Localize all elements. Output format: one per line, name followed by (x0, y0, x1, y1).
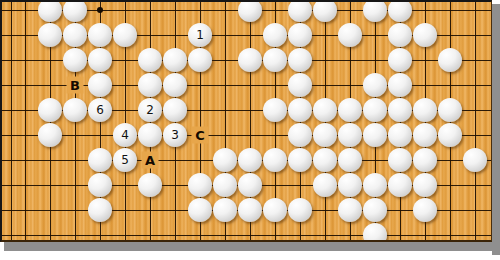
white-stone[interactable] (288, 48, 312, 72)
white-stone[interactable] (138, 73, 162, 97)
white-stone[interactable] (313, 123, 337, 147)
white-stone[interactable] (288, 73, 312, 97)
white-stone[interactable] (263, 148, 287, 172)
white-stone[interactable] (113, 23, 137, 47)
white-stone[interactable] (288, 98, 312, 122)
white-stone[interactable] (188, 198, 212, 222)
white-stone[interactable] (238, 48, 262, 72)
white-stone[interactable] (38, 23, 62, 47)
white-stone[interactable] (338, 98, 362, 122)
black-stone-move-6[interactable]: 6 (88, 98, 112, 122)
black-stone-move-4[interactable]: 4 (113, 123, 137, 147)
white-stone[interactable] (63, 48, 87, 72)
white-stone[interactable] (363, 198, 387, 222)
white-stone[interactable] (238, 198, 262, 222)
white-stone[interactable] (388, 23, 412, 47)
white-stone[interactable] (213, 148, 237, 172)
diagram-page: 162435BAC (0, 0, 500, 260)
white-stone[interactable] (88, 48, 112, 72)
white-stone[interactable] (288, 198, 312, 222)
white-stone[interactable] (263, 98, 287, 122)
white-stone[interactable] (88, 73, 112, 97)
white-stone[interactable] (413, 148, 437, 172)
white-stone[interactable] (238, 148, 262, 172)
white-stone[interactable] (238, 173, 262, 197)
white-stone[interactable] (163, 98, 187, 122)
white-stone[interactable] (388, 73, 412, 97)
white-stone[interactable] (363, 98, 387, 122)
white-stone[interactable] (413, 123, 437, 147)
white-stone[interactable] (388, 148, 412, 172)
white-stone[interactable] (88, 198, 112, 222)
white-stone[interactable] (88, 148, 112, 172)
white-stone[interactable] (88, 173, 112, 197)
white-stone[interactable] (363, 173, 387, 197)
white-stone-move-5[interactable]: 5 (113, 148, 137, 172)
white-stone[interactable] (38, 123, 62, 147)
white-stone[interactable] (363, 123, 387, 147)
white-stone[interactable] (288, 23, 312, 47)
white-stone[interactable] (163, 73, 187, 97)
black-stone-move-2[interactable]: 2 (138, 98, 162, 122)
white-stone[interactable] (413, 23, 437, 47)
white-stone[interactable] (338, 148, 362, 172)
white-stone[interactable] (138, 123, 162, 147)
white-stone[interactable] (63, 23, 87, 47)
white-stone[interactable] (438, 48, 462, 72)
white-stone[interactable] (38, 98, 62, 122)
board-shadow-right (492, 4, 500, 255)
white-stone[interactable] (413, 98, 437, 122)
white-stone[interactable] (388, 123, 412, 147)
white-stone[interactable] (63, 98, 87, 122)
board-shadow-bottom (4, 242, 500, 251)
white-stone[interactable] (313, 98, 337, 122)
white-stone[interactable] (288, 148, 312, 172)
white-stone[interactable] (388, 173, 412, 197)
white-stone[interactable] (163, 48, 187, 72)
white-stone[interactable] (363, 73, 387, 97)
white-stone[interactable] (338, 23, 362, 47)
white-stone[interactable] (313, 148, 337, 172)
white-stone[interactable] (88, 23, 112, 47)
white-stone[interactable] (438, 123, 462, 147)
star-point (97, 7, 103, 13)
white-stone[interactable] (288, 123, 312, 147)
white-stone[interactable] (263, 48, 287, 72)
white-stone[interactable] (263, 198, 287, 222)
white-stone[interactable] (413, 198, 437, 222)
white-stone[interactable] (338, 198, 362, 222)
white-stone[interactable] (338, 173, 362, 197)
white-stone[interactable] (138, 173, 162, 197)
white-stone[interactable] (388, 98, 412, 122)
white-stone[interactable] (388, 48, 412, 72)
white-stone[interactable] (213, 173, 237, 197)
white-stone[interactable] (138, 48, 162, 72)
white-stone[interactable] (188, 48, 212, 72)
letter-mark-A[interactable]: A (142, 152, 159, 169)
letter-mark-C[interactable]: C (192, 127, 209, 144)
white-stone-move-1[interactable]: 1 (188, 23, 212, 47)
white-stone[interactable] (413, 173, 437, 197)
white-stone[interactable] (188, 173, 212, 197)
go-board[interactable]: 162435BAC (0, 0, 492, 242)
white-stone[interactable] (213, 198, 237, 222)
white-stone[interactable] (263, 23, 287, 47)
white-stone[interactable] (438, 98, 462, 122)
letter-mark-B[interactable]: B (67, 77, 84, 94)
white-stone[interactable] (463, 148, 487, 172)
white-stone[interactable] (338, 123, 362, 147)
white-stone[interactable] (313, 173, 337, 197)
white-stone[interactable] (363, 223, 387, 242)
white-stone-move-3[interactable]: 3 (163, 123, 187, 147)
